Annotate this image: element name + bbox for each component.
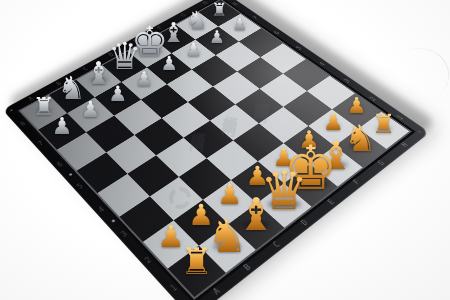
piece-silver-pawn-h7[interactable]: ♟ bbox=[232, 16, 247, 33]
piece-gold-pawn-g2[interactable]: ♟ bbox=[323, 111, 344, 134]
piece-gold-rook-a1[interactable]: ♜ bbox=[180, 243, 213, 279]
piece-gold-pawn-h2[interactable]: ♟ bbox=[347, 95, 367, 117]
piece-silver-pawn-c7[interactable]: ♟ bbox=[108, 83, 127, 104]
piece-silver-pawn-e7[interactable]: ♟ bbox=[161, 55, 178, 74]
piece-silver-pawn-f7[interactable]: ♟ bbox=[185, 41, 202, 60]
piece-silver-pawn-b7[interactable]: ♟ bbox=[81, 99, 101, 121]
piece-silver-knight-g8[interactable]: ♞ bbox=[186, 8, 208, 33]
photo-stage: AABBCCDDEEFFGGHH1122334455667788 ♜♞♟♝♟♚♟… bbox=[0, 0, 450, 300]
piece-silver-pawn-g7[interactable]: ♟ bbox=[209, 28, 225, 46]
piece-silver-rook-h8[interactable]: ♜ bbox=[211, 1, 227, 19]
piece-silver-pawn-d7[interactable]: ♟ bbox=[135, 69, 153, 89]
piece-silver-pawn-a7[interactable]: ♟ bbox=[52, 114, 73, 137]
